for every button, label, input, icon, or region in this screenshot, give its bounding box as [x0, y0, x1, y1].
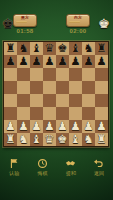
square-h1[interactable]: ♜: [95, 133, 108, 146]
square-h4[interactable]: [95, 94, 108, 107]
white-piece[interactable]: ♟: [96, 119, 106, 133]
white-piece[interactable]: ♟: [57, 119, 67, 133]
black-piece[interactable]: ♟: [96, 54, 106, 68]
square-c7[interactable]: ♟: [30, 55, 43, 68]
resign-label: 认输: [9, 170, 19, 176]
square-c6[interactable]: [30, 68, 43, 81]
square-c5[interactable]: [30, 81, 43, 94]
black-piece[interactable]: ♝: [70, 41, 80, 55]
right-player-clock: 02:00: [66, 28, 90, 34]
square-e7[interactable]: ♟: [56, 55, 69, 68]
square-e6[interactable]: [56, 68, 69, 81]
undo-clock-icon: [37, 158, 48, 169]
square-e4[interactable]: [56, 94, 69, 107]
black-piece[interactable]: ♟: [31, 54, 41, 68]
square-d7[interactable]: ♟: [43, 55, 56, 68]
square-b5[interactable]: [17, 81, 30, 94]
white-piece[interactable]: ♝: [70, 132, 80, 146]
square-g1[interactable]: ♞: [82, 133, 95, 146]
square-b4[interactable]: [17, 94, 30, 107]
square-d4[interactable]: [43, 94, 56, 107]
square-e5[interactable]: [56, 81, 69, 94]
right-player-bar: [67, 21, 89, 23]
square-h6[interactable]: [95, 68, 108, 81]
square-f4[interactable]: [69, 94, 82, 107]
black-piece[interactable]: ♟: [57, 54, 67, 68]
square-a5[interactable]: [4, 81, 17, 94]
square-h5[interactable]: [95, 81, 108, 94]
square-a4[interactable]: [4, 94, 17, 107]
white-piece[interactable]: ♜: [5, 132, 15, 146]
square-f6[interactable]: [69, 68, 82, 81]
square-f7[interactable]: ♟: [69, 55, 82, 68]
square-a7[interactable]: ♟: [4, 55, 17, 68]
resign-button[interactable]: 认输: [2, 158, 26, 176]
black-piece[interactable]: ♟: [70, 54, 80, 68]
black-piece[interactable]: ♚: [57, 41, 67, 55]
white-king-avatar-icon: ♚: [98, 17, 110, 31]
white-piece[interactable]: ♟: [18, 119, 28, 133]
square-d1[interactable]: ♛: [43, 133, 56, 146]
square-c4[interactable]: [30, 94, 43, 107]
black-piece[interactable]: ♜: [96, 41, 106, 55]
black-piece[interactable]: ♞: [18, 41, 28, 55]
square-d5[interactable]: [43, 81, 56, 94]
back-arrow-icon: [93, 158, 104, 169]
offer-draw-button[interactable]: 提和: [59, 158, 83, 176]
white-piece[interactable]: ♞: [83, 132, 93, 146]
square-g6[interactable]: [82, 68, 95, 81]
right-player-name: 白方: [67, 15, 89, 20]
square-a6[interactable]: [4, 68, 17, 81]
bottom-toolbar: 认输 悔棋 提和 返回: [0, 158, 113, 176]
square-g7[interactable]: ♟: [82, 55, 95, 68]
black-piece[interactable]: ♟: [18, 54, 28, 68]
black-king-avatar-icon: ♚: [2, 17, 14, 31]
square-h7[interactable]: ♟: [95, 55, 108, 68]
black-piece[interactable]: ♛: [44, 41, 54, 55]
black-piece[interactable]: ♜: [5, 41, 15, 55]
square-d6[interactable]: [43, 68, 56, 81]
offer-draw-label: 提和: [66, 170, 76, 176]
square-b7[interactable]: ♟: [17, 55, 30, 68]
white-piece[interactable]: ♟: [31, 119, 41, 133]
white-piece[interactable]: ♟: [70, 119, 80, 133]
undo-move-button[interactable]: 悔棋: [30, 158, 54, 176]
black-piece[interactable]: ♟: [44, 54, 54, 68]
undo-move-label: 悔棋: [37, 170, 47, 176]
square-b6[interactable]: [17, 68, 30, 81]
black-piece[interactable]: ♟: [5, 54, 15, 68]
square-f1[interactable]: ♝: [69, 133, 82, 146]
square-g5[interactable]: [82, 81, 95, 94]
back-label: 返回: [94, 170, 104, 176]
white-piece[interactable]: ♟: [5, 119, 15, 133]
white-piece[interactable]: ♚: [57, 132, 67, 146]
white-flag-icon: [9, 158, 20, 169]
white-piece[interactable]: ♞: [18, 132, 28, 146]
square-e1[interactable]: ♚: [56, 133, 69, 146]
white-piece[interactable]: ♝: [31, 132, 41, 146]
chess-game-screen: ♚ 黑方 白方 ♚ 01:58 02:00 ♜♞♝♛♚♝♞♜♟♟♟♟♟♟♟♟♟♟…: [0, 0, 113, 200]
white-piece[interactable]: ♜: [96, 132, 106, 146]
square-c1[interactable]: ♝: [30, 133, 43, 146]
left-player-bar: [14, 21, 36, 23]
left-player-name: 黑方: [14, 15, 36, 20]
left-player-clock: 01:58: [13, 28, 37, 34]
black-piece[interactable]: ♞: [83, 41, 93, 55]
white-piece[interactable]: ♟: [83, 119, 93, 133]
square-a1[interactable]: ♜: [4, 133, 17, 146]
right-player-plaque: 白方: [66, 14, 90, 27]
square-g4[interactable]: [82, 94, 95, 107]
white-piece[interactable]: ♛: [44, 132, 54, 146]
black-piece[interactable]: ♝: [31, 41, 41, 55]
back-button[interactable]: 返回: [87, 158, 111, 176]
white-piece[interactable]: ♟: [44, 119, 54, 133]
black-piece[interactable]: ♟: [83, 54, 93, 68]
chess-board[interactable]: ♜♞♝♛♚♝♞♜♟♟♟♟♟♟♟♟♟♟♟♟♟♟♟♟♜♞♝♛♚♝♞♜: [3, 41, 109, 147]
handshake-icon: [65, 158, 76, 169]
square-b1[interactable]: ♞: [17, 133, 30, 146]
square-f5[interactable]: [69, 81, 82, 94]
left-player-plaque: 黑方: [13, 14, 37, 27]
